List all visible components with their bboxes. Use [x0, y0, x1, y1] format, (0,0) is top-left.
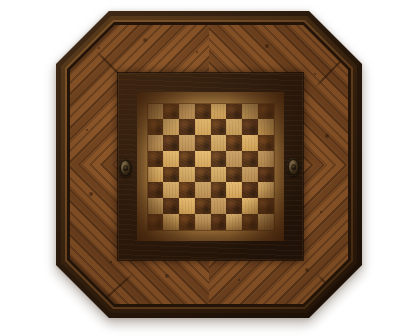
wood-distress-specks [70, 25, 72, 27]
square-g7[interactable] [242, 119, 258, 135]
square-a6[interactable] [148, 135, 164, 151]
square-c3[interactable] [179, 182, 195, 198]
square-g5[interactable] [242, 151, 258, 167]
square-g4[interactable] [242, 167, 258, 183]
square-h1[interactable] [258, 214, 274, 230]
square-a7[interactable] [148, 119, 164, 135]
square-a3[interactable] [148, 182, 164, 198]
square-d4[interactable] [195, 167, 211, 183]
square-h6[interactable] [258, 135, 274, 151]
game-board-panel [118, 73, 303, 260]
square-a8[interactable] [148, 104, 164, 120]
square-e7[interactable] [211, 119, 227, 135]
square-b3[interactable] [163, 182, 179, 198]
square-c7[interactable] [179, 119, 195, 135]
square-f7[interactable] [226, 119, 242, 135]
square-a2[interactable] [148, 198, 164, 214]
square-a5[interactable] [148, 151, 164, 167]
square-d8[interactable] [195, 104, 211, 120]
square-c1[interactable] [179, 214, 195, 230]
square-d6[interactable] [195, 135, 211, 151]
square-g1[interactable] [242, 214, 258, 230]
square-h8[interactable] [258, 104, 274, 120]
square-e8[interactable] [211, 104, 227, 120]
square-e6[interactable] [211, 135, 227, 151]
square-a1[interactable] [148, 214, 164, 230]
square-f5[interactable] [226, 151, 242, 167]
square-g8[interactable] [242, 104, 258, 120]
square-h2[interactable] [258, 198, 274, 214]
square-d5[interactable] [195, 151, 211, 167]
square-f1[interactable] [226, 214, 242, 230]
right-knob[interactable] [287, 158, 300, 176]
square-b7[interactable] [163, 119, 179, 135]
square-h3[interactable] [258, 182, 274, 198]
square-c2[interactable] [179, 198, 195, 214]
square-d1[interactable] [195, 214, 211, 230]
square-f2[interactable] [226, 198, 242, 214]
square-e4[interactable] [211, 167, 227, 183]
square-e5[interactable] [211, 151, 227, 167]
square-e2[interactable] [211, 198, 227, 214]
square-d7[interactable] [195, 119, 211, 135]
square-c8[interactable] [179, 104, 195, 120]
square-g2[interactable] [242, 198, 258, 214]
square-d2[interactable] [195, 198, 211, 214]
square-e1[interactable] [211, 214, 227, 230]
square-f6[interactable] [226, 135, 242, 151]
checkerboard [148, 104, 274, 230]
square-g3[interactable] [242, 182, 258, 198]
square-f4[interactable] [226, 167, 242, 183]
game-table [56, 11, 362, 318]
square-c6[interactable] [179, 135, 195, 151]
square-g6[interactable] [242, 135, 258, 151]
square-h5[interactable] [258, 151, 274, 167]
square-b2[interactable] [163, 198, 179, 214]
square-b6[interactable] [163, 135, 179, 151]
left-knob[interactable] [119, 159, 132, 177]
square-f3[interactable] [226, 182, 242, 198]
square-b5[interactable] [163, 151, 179, 167]
square-c4[interactable] [179, 167, 195, 183]
square-a4[interactable] [148, 167, 164, 183]
square-b8[interactable] [163, 104, 179, 120]
square-e3[interactable] [211, 182, 227, 198]
square-c5[interactable] [179, 151, 195, 167]
square-h7[interactable] [258, 119, 274, 135]
square-f8[interactable] [226, 104, 242, 120]
square-d3[interactable] [195, 182, 211, 198]
board-field [137, 92, 284, 241]
square-b1[interactable] [163, 214, 179, 230]
product-photo-stage [0, 0, 420, 336]
square-h4[interactable] [258, 167, 274, 183]
square-b4[interactable] [163, 167, 179, 183]
